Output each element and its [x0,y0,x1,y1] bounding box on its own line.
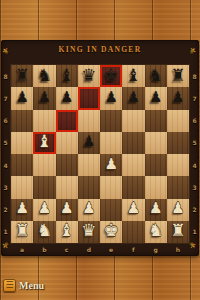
black-king: ♚ [104,67,119,84]
square-c2[interactable]: ♟ [56,199,78,221]
square-e5[interactable] [100,132,122,154]
square-d6[interactable] [78,110,100,132]
square-f8[interactable]: ♝ [122,65,144,87]
rank-label-5: 5 [1,132,10,154]
square-d4[interactable] [78,154,100,176]
square-e3[interactable] [100,176,122,198]
square-g8[interactable]: ♞ [145,65,167,87]
black-rook: ♜ [15,67,30,84]
square-c1[interactable]: ♝ [56,221,78,243]
black-bishop: ♝ [59,67,74,84]
menu-button-label: Menu [19,280,44,291]
black-pawn: ♟ [104,90,117,105]
chess-board: ♜♞♝♛♚♝♞♜♟♟♟♟♟♟♟♝♟♟♟♟♟♟♟♟♟♜♞♝♛♚♞♜ [11,65,189,243]
menu-button[interactable]: ☰ Menu [3,278,44,293]
square-f7[interactable]: ♟ [122,87,144,109]
rank-label-3: 3 [190,176,199,198]
square-a3[interactable] [11,176,33,198]
white-queen: ♛ [81,222,96,239]
square-h2[interactable]: ♟ [167,199,189,221]
square-a7[interactable]: ♟ [11,87,33,109]
square-f5[interactable] [122,132,144,154]
square-f3[interactable] [122,176,144,198]
square-d7[interactable] [78,87,100,109]
square-a4[interactable] [11,154,33,176]
square-g2[interactable]: ♟ [145,199,167,221]
white-pawn: ♟ [104,157,117,172]
black-bishop: ♝ [126,67,141,84]
white-bishop: ♝ [37,133,52,150]
white-pawn: ♟ [127,201,140,216]
square-g6[interactable] [145,110,167,132]
white-pawn: ♟ [82,201,95,216]
square-b3[interactable] [33,176,55,198]
rank-label-8: 8 [190,65,199,87]
square-e8[interactable]: ♚ [100,65,122,87]
black-pawn: ♟ [60,90,73,105]
square-h5[interactable] [167,132,189,154]
rank-label-3: 3 [1,176,10,198]
hamburger-menu-icon[interactable]: ☰ [3,279,16,292]
square-c3[interactable] [56,176,78,198]
square-c5[interactable] [56,132,78,154]
black-pawn: ♟ [127,90,140,105]
square-b1[interactable]: ♞ [33,221,55,243]
square-b2[interactable]: ♟ [33,199,55,221]
rank-label-4: 4 [190,154,199,176]
square-c6[interactable] [56,110,78,132]
square-b6[interactable] [33,110,55,132]
square-h1[interactable]: ♜ [167,221,189,243]
status-banner: KING IN DANGER [0,45,200,54]
chess-app-screen: KING IN DANGER ⚜ ⚜ ⚜ ⚜ ♜♞♝♛♚♝♞♜♟♟♟♟♟♟♟♝♟… [0,0,200,300]
square-e1[interactable]: ♚ [100,221,122,243]
file-label-g: g [145,243,167,255]
square-b8[interactable]: ♞ [33,65,55,87]
black-pawn: ♟ [82,134,95,149]
rank-labels-left: 87654321 [1,65,10,243]
square-a6[interactable] [11,110,33,132]
rank-label-1: 1 [190,221,199,243]
square-a2[interactable]: ♟ [11,199,33,221]
square-f6[interactable] [122,110,144,132]
rank-label-1: 1 [1,221,10,243]
white-rook: ♜ [15,222,30,239]
square-g4[interactable] [145,154,167,176]
file-labels: abcdefgh [11,243,189,255]
rank-label-6: 6 [190,110,199,132]
rank-label-7: 7 [190,87,199,109]
file-label-b: b [33,243,55,255]
square-c4[interactable] [56,154,78,176]
square-e4[interactable]: ♟ [100,154,122,176]
rank-label-2: 2 [190,199,199,221]
white-rook: ♜ [170,222,185,239]
file-label-h: h [167,243,189,255]
square-e6[interactable] [100,110,122,132]
file-label-c: c [56,243,78,255]
black-rook: ♜ [170,67,185,84]
square-g5[interactable] [145,132,167,154]
black-knight: ♞ [148,67,163,84]
rank-label-4: 4 [1,154,10,176]
black-knight: ♞ [37,67,52,84]
square-d8[interactable]: ♛ [78,65,100,87]
black-pawn: ♟ [171,90,184,105]
white-pawn: ♟ [149,201,162,216]
square-b5[interactable]: ♝ [33,132,55,154]
black-pawn: ♟ [149,90,162,105]
white-bishop: ♝ [59,222,74,239]
square-h8[interactable]: ♜ [167,65,189,87]
white-pawn: ♟ [38,201,51,216]
file-label-e: e [100,243,122,255]
square-g7[interactable]: ♟ [145,87,167,109]
file-label-a: a [11,243,33,255]
square-a1[interactable]: ♜ [11,221,33,243]
file-label-f: f [122,243,144,255]
square-d5[interactable]: ♟ [78,132,100,154]
square-h6[interactable] [167,110,189,132]
square-d2[interactable]: ♟ [78,199,100,221]
rank-label-8: 8 [1,65,10,87]
square-g3[interactable] [145,176,167,198]
square-g1[interactable]: ♞ [145,221,167,243]
rank-label-7: 7 [1,87,10,109]
square-a8[interactable]: ♜ [11,65,33,87]
square-h4[interactable] [167,154,189,176]
black-pawn: ♟ [38,90,51,105]
square-h7[interactable]: ♟ [167,87,189,109]
square-e2[interactable] [100,199,122,221]
square-b7[interactable]: ♟ [33,87,55,109]
white-knight: ♞ [37,222,52,239]
square-f4[interactable] [122,154,144,176]
white-king: ♚ [104,222,119,239]
file-label-d: d [78,243,100,255]
square-c7[interactable]: ♟ [56,87,78,109]
square-b4[interactable] [33,154,55,176]
white-pawn: ♟ [171,201,184,216]
black-pawn: ♟ [15,90,28,105]
square-h3[interactable] [167,176,189,198]
rank-label-6: 6 [1,110,10,132]
black-queen: ♛ [81,67,96,84]
square-f1[interactable] [122,221,144,243]
rank-labels-right: 87654321 [190,65,199,243]
white-pawn: ♟ [15,201,28,216]
white-knight: ♞ [148,222,163,239]
square-e7[interactable]: ♟ [100,87,122,109]
rank-label-5: 5 [190,132,199,154]
square-c8[interactable]: ♝ [56,65,78,87]
square-d3[interactable] [78,176,100,198]
square-d1[interactable]: ♛ [78,221,100,243]
square-f2[interactable]: ♟ [122,199,144,221]
square-a5[interactable] [11,132,33,154]
rank-label-2: 2 [1,199,10,221]
white-pawn: ♟ [60,201,73,216]
